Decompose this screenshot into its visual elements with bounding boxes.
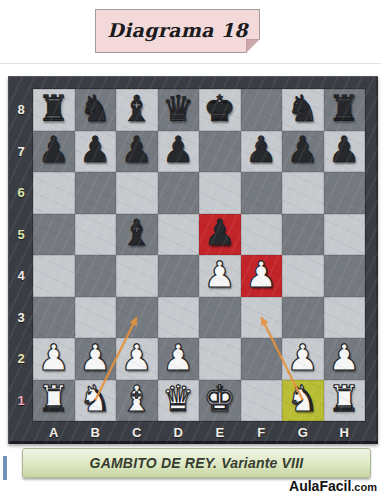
square-c8: ♝ — [116, 89, 158, 131]
square-a7: ♟ — [33, 131, 75, 173]
piece-black-king: ♚ — [204, 91, 236, 127]
piece-white-knight: ♞ — [79, 381, 111, 417]
piece-black-pawn: ♟ — [38, 132, 70, 168]
diagram-title: Diagrama 18 — [107, 19, 247, 43]
piece-white-rook: ♜ — [38, 381, 70, 417]
piece-white-queen: ♛ — [162, 381, 194, 417]
square-g4 — [282, 255, 324, 297]
board-squares-grid: ♜♞♝♛♚♞♜♟♟♟♟♟♟♟♝♟♟♟♟♟♟♟♟♟♜♞♝♛♚♞♜ — [33, 89, 365, 421]
piece-black-pawn: ♟ — [79, 132, 111, 168]
rank-label-1: 1 — [9, 380, 33, 422]
square-e7 — [199, 131, 241, 173]
square-b4 — [75, 255, 117, 297]
rank-label-5: 5 — [9, 214, 33, 256]
square-g1: ♞ — [282, 380, 324, 422]
square-f1 — [241, 380, 283, 422]
square-d8: ♛ — [158, 89, 200, 131]
square-a4 — [33, 255, 75, 297]
rank-label-2: 2 — [9, 338, 33, 380]
square-e5: ♟ — [199, 214, 241, 256]
rank-labels: 87654321 — [9, 89, 33, 421]
square-b5 — [75, 214, 117, 256]
square-a3 — [33, 297, 75, 339]
piece-white-knight: ♞ — [287, 381, 319, 417]
square-e2 — [199, 338, 241, 380]
piece-black-rook: ♜ — [328, 91, 360, 127]
piece-black-pawn: ♟ — [121, 132, 153, 168]
square-c4 — [116, 255, 158, 297]
square-d3 — [158, 297, 200, 339]
square-f4: ♟ — [241, 255, 283, 297]
square-b8: ♞ — [75, 89, 117, 131]
square-e4: ♟ — [199, 255, 241, 297]
piece-white-pawn: ♟ — [79, 340, 111, 376]
square-c1: ♝ — [116, 380, 158, 422]
caption-text: GAMBITO DE REY. Variante VIII — [90, 455, 304, 471]
piece-white-rook: ♜ — [328, 381, 360, 417]
piece-black-bishop: ♝ — [121, 215, 153, 251]
chess-board-frame: 87654321 ♜♞♝♛♚♞♜♟♟♟♟♟♟♟♝♟♟♟♟♟♟♟♟♟♜♞♝♛♚♞♜… — [8, 76, 378, 444]
piece-white-bishop: ♝ — [121, 381, 153, 417]
square-c5: ♝ — [116, 214, 158, 256]
square-f2 — [241, 338, 283, 380]
piece-black-queen: ♛ — [162, 91, 194, 127]
square-h3 — [324, 297, 366, 339]
square-g7: ♟ — [282, 131, 324, 173]
square-a1: ♜ — [33, 380, 75, 422]
piece-white-pawn: ♟ — [287, 340, 319, 376]
square-g8: ♞ — [282, 89, 324, 131]
piece-black-rook: ♜ — [38, 91, 70, 127]
rank-label-6: 6 — [9, 172, 33, 214]
caption-bar: GAMBITO DE REY. Variante VIII — [22, 448, 371, 478]
square-c3 — [116, 297, 158, 339]
piece-white-pawn: ♟ — [328, 340, 360, 376]
piece-black-pawn: ♟ — [287, 132, 319, 168]
square-c2: ♟ — [116, 338, 158, 380]
divider-line — [0, 63, 381, 64]
square-f8 — [241, 89, 283, 131]
brand-watermark[interactable]: AulaFacil.com — [289, 477, 377, 493]
square-f6 — [241, 172, 283, 214]
piece-white-pawn: ♟ — [162, 340, 194, 376]
square-b7: ♟ — [75, 131, 117, 173]
file-label-g: G — [282, 421, 324, 443]
piece-white-pawn: ♟ — [38, 340, 70, 376]
file-label-h: H — [324, 421, 366, 443]
brand-name: AulaFacil — [289, 478, 351, 493]
square-f3 — [241, 297, 283, 339]
square-e6 — [199, 172, 241, 214]
file-labels: ABCDEFGH — [33, 421, 365, 443]
square-g3 — [282, 297, 324, 339]
square-d1: ♛ — [158, 380, 200, 422]
piece-white-pawn: ♟ — [204, 257, 236, 293]
brand-tld: .com — [351, 481, 377, 493]
piece-black-pawn: ♟ — [328, 132, 360, 168]
left-accent-bar — [3, 456, 7, 480]
square-e1: ♚ — [199, 380, 241, 422]
square-h6 — [324, 172, 366, 214]
file-label-a: A — [33, 421, 75, 443]
file-label-d: D — [158, 421, 200, 443]
square-h1: ♜ — [324, 380, 366, 422]
file-label-c: C — [116, 421, 158, 443]
square-f5 — [241, 214, 283, 256]
piece-black-pawn: ♟ — [245, 132, 277, 168]
piece-black-pawn: ♟ — [162, 132, 194, 168]
square-h4 — [324, 255, 366, 297]
square-h5 — [324, 214, 366, 256]
rank-label-3: 3 — [9, 297, 33, 339]
piece-black-bishop: ♝ — [121, 91, 153, 127]
piece-black-knight: ♞ — [79, 91, 111, 127]
square-g6 — [282, 172, 324, 214]
square-c6 — [116, 172, 158, 214]
piece-black-pawn: ♟ — [204, 215, 236, 251]
rank-label-4: 4 — [9, 255, 33, 297]
piece-white-pawn: ♟ — [121, 340, 153, 376]
square-b1: ♞ — [75, 380, 117, 422]
piece-black-knight: ♞ — [287, 91, 319, 127]
file-label-e: E — [199, 421, 241, 443]
square-b2: ♟ — [75, 338, 117, 380]
square-g2: ♟ — [282, 338, 324, 380]
square-a6 — [33, 172, 75, 214]
rank-label-7: 7 — [9, 131, 33, 173]
square-d4 — [158, 255, 200, 297]
file-label-b: B — [75, 421, 117, 443]
square-c7: ♟ — [116, 131, 158, 173]
square-g5 — [282, 214, 324, 256]
square-a8: ♜ — [33, 89, 75, 131]
square-h2: ♟ — [324, 338, 366, 380]
square-e8: ♚ — [199, 89, 241, 131]
piece-white-pawn: ♟ — [245, 257, 277, 293]
diagram-note: Diagrama 18 — [95, 9, 260, 53]
square-e3 — [199, 297, 241, 339]
square-f7: ♟ — [241, 131, 283, 173]
square-d6 — [158, 172, 200, 214]
square-b6 — [75, 172, 117, 214]
square-d2: ♟ — [158, 338, 200, 380]
square-h8: ♜ — [324, 89, 366, 131]
file-label-f: F — [241, 421, 283, 443]
rank-label-8: 8 — [9, 89, 33, 131]
square-a2: ♟ — [33, 338, 75, 380]
square-d5 — [158, 214, 200, 256]
square-a5 — [33, 214, 75, 256]
square-d7: ♟ — [158, 131, 200, 173]
square-b3 — [75, 297, 117, 339]
piece-white-king: ♚ — [204, 381, 236, 417]
square-h7: ♟ — [324, 131, 366, 173]
